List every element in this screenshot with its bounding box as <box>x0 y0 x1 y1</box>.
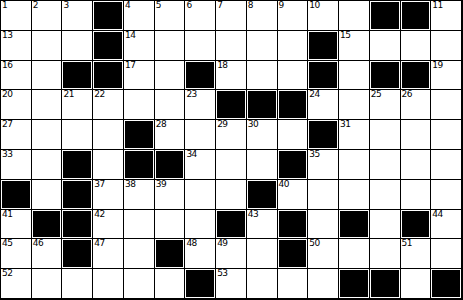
grid-cell[interactable]: 15 <box>339 31 370 61</box>
clue-number: 9 <box>279 0 284 10</box>
grid-cell[interactable]: 51 <box>401 239 432 269</box>
clue-number: 26 <box>402 89 412 99</box>
clue-number: 31 <box>340 119 350 129</box>
grid-cell[interactable] <box>339 1 370 31</box>
clue-number: 44 <box>432 209 442 219</box>
grid-cell[interactable]: 4 <box>124 1 155 31</box>
grid-cell[interactable] <box>155 31 186 61</box>
grid-cell[interactable] <box>185 120 216 150</box>
clue-number: 34 <box>186 149 196 159</box>
black-cell <box>339 269 370 299</box>
grid-cell[interactable] <box>370 31 401 61</box>
grid-cell[interactable] <box>216 150 247 180</box>
grid-cell[interactable] <box>32 61 63 91</box>
clue-number: 13 <box>2 30 12 40</box>
grid-cell[interactable]: 45 <box>1 239 32 269</box>
black-cell <box>370 1 401 31</box>
grid-cell[interactable] <box>155 90 186 120</box>
clue-number: 37 <box>94 179 104 189</box>
black-cell <box>308 120 339 150</box>
black-cell <box>62 210 93 240</box>
black-cell <box>216 90 247 120</box>
black-cell <box>93 1 124 31</box>
black-cell <box>32 210 63 240</box>
clue-number: 18 <box>217 60 227 70</box>
clue-number: 21 <box>63 89 73 99</box>
grid-cell[interactable] <box>185 180 216 210</box>
clue-number: 4 <box>125 0 130 10</box>
clue-number: 41 <box>2 209 12 219</box>
black-cell <box>62 239 93 269</box>
grid-cell[interactable] <box>401 31 432 61</box>
grid-cell[interactable]: 29 <box>216 120 247 150</box>
black-cell <box>62 150 93 180</box>
black-cell <box>93 31 124 61</box>
clue-number: 5 <box>156 0 161 10</box>
clue-number: 48 <box>186 238 196 248</box>
grid-cell[interactable] <box>124 239 155 269</box>
grid-cell[interactable] <box>247 31 278 61</box>
grid-cell[interactable] <box>308 210 339 240</box>
grid-cell[interactable]: 44 <box>431 210 462 240</box>
grid-cell[interactable]: 52 <box>1 269 32 299</box>
grid-cell[interactable]: 16 <box>1 61 32 91</box>
grid-cell[interactable]: 35 <box>308 150 339 180</box>
grid-cell[interactable]: 46 <box>32 239 63 269</box>
grid-cell[interactable] <box>278 269 309 299</box>
black-cell <box>185 61 216 91</box>
black-cell <box>1 180 32 210</box>
clue-number: 40 <box>279 179 289 189</box>
clue-number: 2 <box>33 0 38 10</box>
grid-cell[interactable] <box>216 31 247 61</box>
grid-cell[interactable] <box>62 31 93 61</box>
black-cell <box>278 210 309 240</box>
clue-number: 23 <box>186 89 196 99</box>
grid-cell[interactable] <box>247 239 278 269</box>
clue-number: 24 <box>309 89 319 99</box>
grid-cell[interactable]: 18 <box>216 61 247 91</box>
grid-cell[interactable] <box>370 120 401 150</box>
black-cell <box>185 269 216 299</box>
grid-cell[interactable] <box>401 269 432 299</box>
grid-cell[interactable]: 8 <box>247 1 278 31</box>
black-cell <box>401 210 432 240</box>
black-cell <box>124 120 155 150</box>
grid-cell[interactable] <box>185 31 216 61</box>
grid-cell[interactable] <box>431 31 462 61</box>
grid-cell[interactable]: 7 <box>216 1 247 31</box>
clue-number: 27 <box>2 119 12 129</box>
grid-cell[interactable]: 6 <box>185 1 216 31</box>
grid-cell[interactable]: 31 <box>339 120 370 150</box>
black-cell <box>124 150 155 180</box>
black-cell <box>370 269 401 299</box>
grid-cell[interactable] <box>124 269 155 299</box>
grid-cell[interactable]: 37 <box>93 180 124 210</box>
grid-cell[interactable]: 43 <box>247 210 278 240</box>
grid-cell[interactable] <box>278 61 309 91</box>
black-cell <box>339 210 370 240</box>
clue-number: 11 <box>432 0 442 10</box>
clue-number: 39 <box>156 179 166 189</box>
grid-cell[interactable]: 21 <box>62 90 93 120</box>
grid-cell[interactable] <box>155 210 186 240</box>
grid-cell[interactable]: 50 <box>308 239 339 269</box>
black-cell <box>247 90 278 120</box>
grid-cell[interactable]: 3 <box>62 1 93 31</box>
grid-cell[interactable]: 48 <box>185 239 216 269</box>
clue-number: 14 <box>125 30 135 40</box>
grid-cell[interactable] <box>278 31 309 61</box>
grid-cell[interactable] <box>339 150 370 180</box>
grid-cell[interactable] <box>401 120 432 150</box>
grid-cell[interactable] <box>32 180 63 210</box>
black-cell <box>247 180 278 210</box>
grid-cell[interactable]: 19 <box>431 61 462 91</box>
grid-cell[interactable] <box>32 90 63 120</box>
grid-cell[interactable]: 23 <box>185 90 216 120</box>
grid-cell[interactable]: 33 <box>1 150 32 180</box>
grid-cell[interactable]: 27 <box>1 120 32 150</box>
grid-cell[interactable] <box>339 61 370 91</box>
grid-cell[interactable]: 34 <box>185 150 216 180</box>
grid-cell[interactable] <box>93 120 124 150</box>
clue-number: 38 <box>125 179 135 189</box>
black-cell <box>278 150 309 180</box>
grid-cell[interactable]: 17 <box>124 61 155 91</box>
black-cell <box>431 269 462 299</box>
grid-cell[interactable]: 38 <box>124 180 155 210</box>
black-cell <box>308 31 339 61</box>
grid-cell[interactable]: 10 <box>308 1 339 31</box>
grid-cell[interactable] <box>339 90 370 120</box>
grid-cell[interactable]: 22 <box>93 90 124 120</box>
grid-cell[interactable]: 25 <box>370 90 401 120</box>
grid-cell[interactable] <box>247 61 278 91</box>
grid-cell[interactable]: 41 <box>1 210 32 240</box>
clue-number: 46 <box>33 238 43 248</box>
grid-cell[interactable]: 2 <box>32 1 63 31</box>
grid-cell[interactable]: 28 <box>155 120 186 150</box>
clue-number: 28 <box>156 119 166 129</box>
grid-cell[interactable] <box>185 210 216 240</box>
grid-cell[interactable]: 9 <box>278 1 309 31</box>
clue-number: 7 <box>217 0 222 10</box>
clue-number: 47 <box>94 238 104 248</box>
clue-number: 49 <box>217 238 227 248</box>
clue-number: 42 <box>94 209 104 219</box>
clue-number: 33 <box>2 149 12 159</box>
clue-number: 19 <box>432 60 442 70</box>
clue-number: 45 <box>2 238 12 248</box>
grid-cell[interactable] <box>155 269 186 299</box>
clue-number: 51 <box>402 238 412 248</box>
grid-cell[interactable] <box>155 61 186 91</box>
grid-cell[interactable] <box>339 239 370 269</box>
grid-cell[interactable] <box>401 150 432 180</box>
grid-cell[interactable] <box>124 90 155 120</box>
grid-cell[interactable] <box>93 269 124 299</box>
grid-cell[interactable] <box>216 180 247 210</box>
grid-cell[interactable]: 49 <box>216 239 247 269</box>
grid-cell[interactable] <box>32 150 63 180</box>
grid-cell[interactable]: 53 <box>216 269 247 299</box>
grid-cell[interactable] <box>93 150 124 180</box>
grid-cell[interactable] <box>32 269 63 299</box>
grid-cell[interactable] <box>431 120 462 150</box>
grid-cell[interactable] <box>278 120 309 150</box>
crossword-grid: 1234567891011131415161718192021222324252… <box>0 0 463 300</box>
grid-cell[interactable] <box>431 90 462 120</box>
black-cell <box>93 61 124 91</box>
clue-number: 25 <box>371 89 381 99</box>
black-cell <box>216 210 247 240</box>
clue-number: 50 <box>309 238 319 248</box>
grid-cell[interactable]: 26 <box>401 90 432 120</box>
grid-cell[interactable] <box>431 150 462 180</box>
grid-cell[interactable]: 5 <box>155 1 186 31</box>
grid-cell[interactable]: 30 <box>247 120 278 150</box>
clue-number: 16 <box>2 60 12 70</box>
black-cell <box>401 1 432 31</box>
black-cell <box>278 90 309 120</box>
grid-cell[interactable] <box>247 269 278 299</box>
grid-cell[interactable] <box>308 180 339 210</box>
clue-number: 3 <box>63 0 68 10</box>
grid-cell[interactable]: 14 <box>124 31 155 61</box>
black-cell <box>155 150 186 180</box>
clue-number: 22 <box>94 89 104 99</box>
grid-cell[interactable] <box>370 239 401 269</box>
grid-cell[interactable]: 24 <box>308 90 339 120</box>
clue-number: 30 <box>248 119 258 129</box>
clue-number: 29 <box>217 119 227 129</box>
black-cell <box>62 61 93 91</box>
clue-number: 6 <box>186 0 191 10</box>
grid-cell[interactable]: 42 <box>93 210 124 240</box>
grid-cell[interactable] <box>62 120 93 150</box>
clue-number: 52 <box>2 268 12 278</box>
black-cell <box>308 61 339 91</box>
clue-number: 17 <box>125 60 135 70</box>
grid-cell[interactable] <box>370 150 401 180</box>
grid-cell[interactable]: 40 <box>278 180 309 210</box>
grid-cell[interactable] <box>124 210 155 240</box>
grid-cell[interactable]: 1 <box>1 1 32 31</box>
clue-number: 35 <box>309 149 319 159</box>
grid-cell[interactable]: 47 <box>93 239 124 269</box>
clue-number: 53 <box>217 268 227 278</box>
grid-cell[interactable] <box>32 120 63 150</box>
grid-cell[interactable] <box>431 239 462 269</box>
grid-cell[interactable]: 13 <box>1 31 32 61</box>
black-cell <box>401 61 432 91</box>
clue-number: 8 <box>248 0 253 10</box>
grid-cell[interactable] <box>401 180 432 210</box>
grid-cell[interactable] <box>370 210 401 240</box>
grid-cell[interactable]: 11 <box>431 1 462 31</box>
clue-number: 43 <box>248 209 258 219</box>
clue-number: 20 <box>2 89 12 99</box>
black-cell <box>62 180 93 210</box>
grid-cell[interactable] <box>247 150 278 180</box>
grid-cell[interactable] <box>308 269 339 299</box>
grid-cell[interactable]: 20 <box>1 90 32 120</box>
clue-number: 1 <box>2 0 7 10</box>
grid-cell[interactable]: 39 <box>155 180 186 210</box>
clue-number: 10 <box>309 0 319 10</box>
grid-cell[interactable] <box>339 180 370 210</box>
grid-cell[interactable] <box>431 180 462 210</box>
grid-cell[interactable] <box>32 31 63 61</box>
black-cell <box>278 239 309 269</box>
grid-cell[interactable] <box>62 269 93 299</box>
black-cell <box>155 239 186 269</box>
grid-cell[interactable] <box>370 180 401 210</box>
clue-number: 15 <box>340 30 350 40</box>
black-cell <box>370 61 401 91</box>
